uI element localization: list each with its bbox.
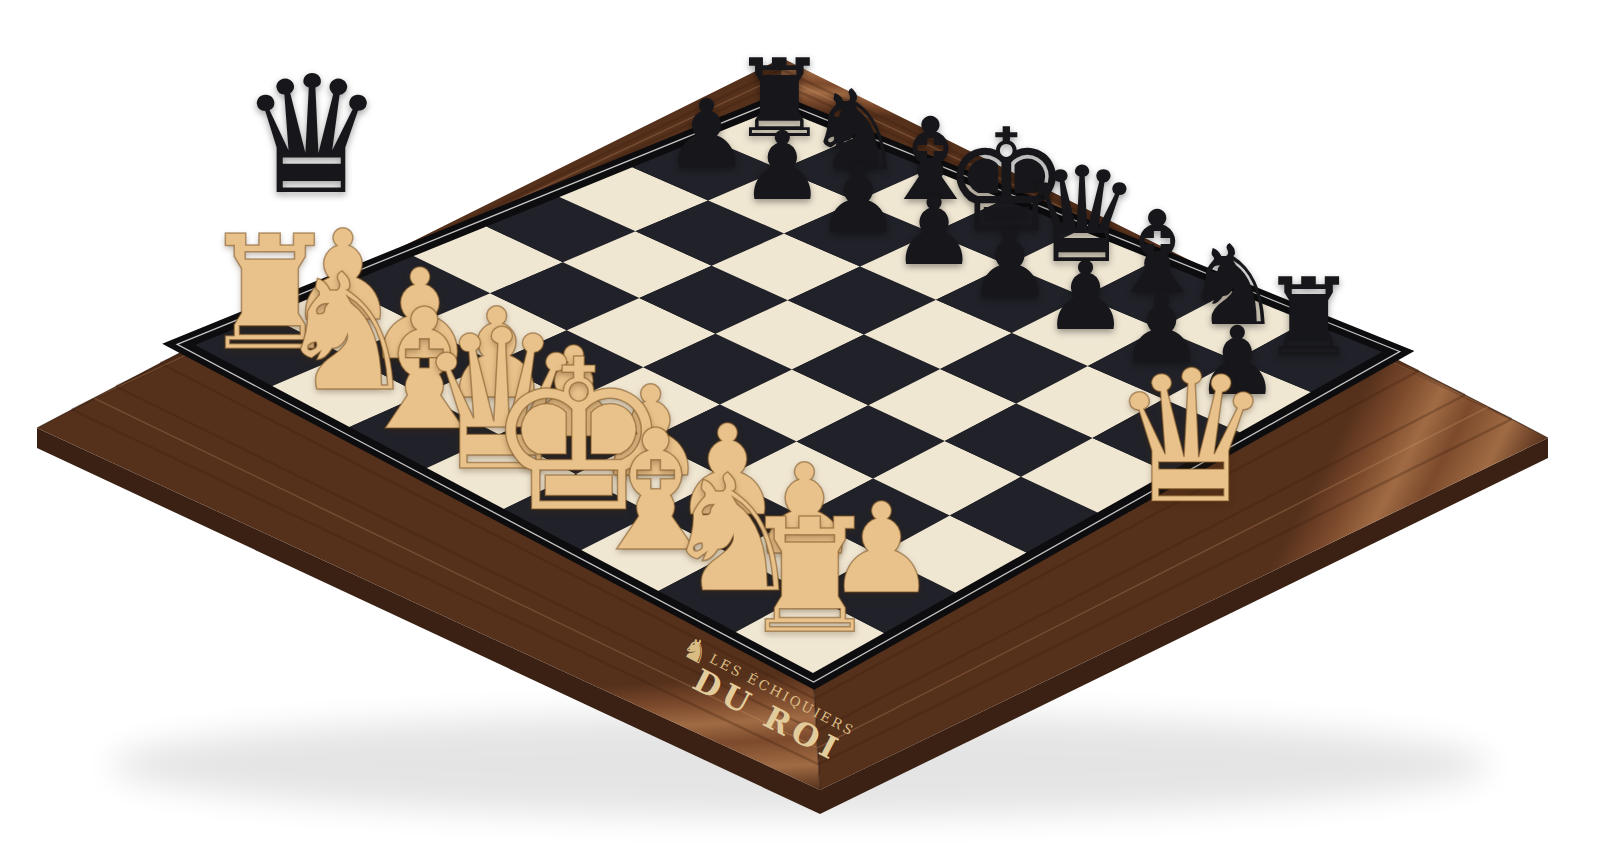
product-photo: ♞LES ÉCHIQUIERSDU ROI ♜♟♞♛♝♟♚♟♛♟♝♟♟♞♟♜♜♟… [0,0,1600,857]
chess-board: ♞LES ÉCHIQUIERSDU ROI [0,0,1600,857]
